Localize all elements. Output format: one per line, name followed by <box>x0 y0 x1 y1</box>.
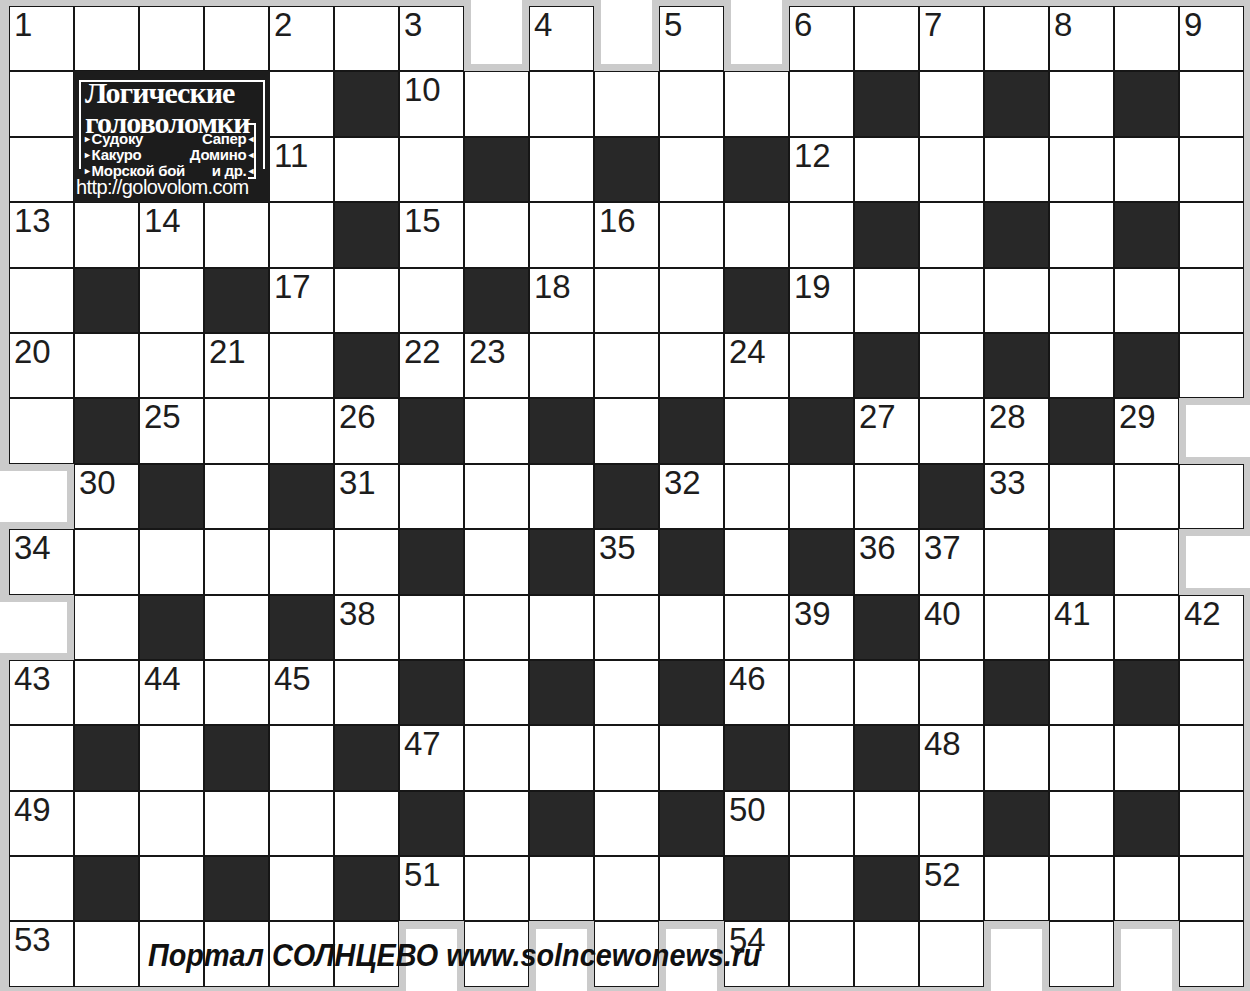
black-cell-r12c2 <box>74 725 139 790</box>
white-cell-r14c10[interactable] <box>594 856 659 921</box>
white-cell-r13c15[interactable] <box>919 791 984 856</box>
white-cell-r14c18[interactable] <box>1114 856 1179 921</box>
white-cell-r1c4[interactable] <box>204 6 269 71</box>
white-cell-r11c14[interactable] <box>854 660 919 725</box>
black-cell-r3c10 <box>594 137 659 202</box>
white-cell-r8c11[interactable]: 32 <box>659 464 724 529</box>
white-cell-r14c9[interactable] <box>529 856 594 921</box>
black-cell-r5c4 <box>204 268 269 333</box>
white-cell-r7c16[interactable]: 28 <box>984 398 1049 463</box>
white-cell-r12c13[interactable] <box>789 725 854 790</box>
clue-number: 48 <box>924 727 961 761</box>
white-cell-r8c6[interactable]: 31 <box>334 464 399 529</box>
white-cell-r3c7[interactable] <box>399 137 464 202</box>
black-cell-r2c16 <box>984 71 1049 136</box>
arrow-right-icon: ► <box>83 150 92 160</box>
black-cell-r7c17 <box>1049 398 1114 463</box>
white-cell-r8c13[interactable] <box>789 464 854 529</box>
white-cell-r15c13[interactable] <box>789 921 854 986</box>
white-cell-r2c15[interactable] <box>919 71 984 136</box>
white-cell-r1c5[interactable]: 2 <box>269 6 334 71</box>
white-cell-r10c17[interactable]: 41 <box>1049 595 1114 660</box>
black-cell-r3c12 <box>724 137 789 202</box>
white-cell-r12c17[interactable] <box>1049 725 1114 790</box>
white-cell-r10c7[interactable] <box>399 595 464 660</box>
clue-number: 16 <box>599 204 636 238</box>
white-cell-r9c3[interactable] <box>139 529 204 594</box>
clue-number: 19 <box>794 270 831 304</box>
white-cell-r6c9[interactable] <box>529 333 594 398</box>
white-cell-r13c14[interactable] <box>854 791 919 856</box>
white-cell-r10c4[interactable] <box>204 595 269 660</box>
clue-number: 27 <box>859 400 896 434</box>
white-cell-r6c5[interactable] <box>269 333 334 398</box>
white-cell-r4c12[interactable] <box>724 202 789 267</box>
white-cell-r11c6[interactable] <box>334 660 399 725</box>
black-cell-r8c10 <box>594 464 659 529</box>
white-cell-r5c10[interactable] <box>594 268 659 333</box>
white-cell-r6c1[interactable]: 20 <box>9 333 74 398</box>
white-cell-r5c3[interactable] <box>139 268 204 333</box>
white-cell-r7c3[interactable]: 25 <box>139 398 204 463</box>
white-cell-r3c6[interactable] <box>334 137 399 202</box>
white-cell-r9c8[interactable] <box>464 529 529 594</box>
black-cell-r6c18 <box>1114 333 1179 398</box>
black-cell-r13c7 <box>399 791 464 856</box>
clue-number: 24 <box>729 335 766 369</box>
white-cell-r6c11[interactable] <box>659 333 724 398</box>
black-cell-r13c18 <box>1114 791 1179 856</box>
white-cell-r2c1[interactable] <box>9 71 74 136</box>
white-cell-r11c15[interactable] <box>919 660 984 725</box>
white-cell-r3c9[interactable] <box>529 137 594 202</box>
white-cell-r14c19[interactable] <box>1179 856 1244 921</box>
clue-number: 47 <box>404 727 441 761</box>
black-cell-r12c14 <box>854 725 919 790</box>
clue-number: 31 <box>339 466 376 500</box>
white-cell-r3c19[interactable] <box>1179 137 1244 202</box>
white-cell-r15c17[interactable] <box>1049 921 1114 986</box>
white-cell-r3c11[interactable] <box>659 137 724 202</box>
black-cell-r14c12 <box>724 856 789 921</box>
white-cell-r14c7[interactable]: 51 <box>399 856 464 921</box>
black-cell-r12c6 <box>334 725 399 790</box>
black-cell-r6c16 <box>984 333 1049 398</box>
white-cell-r12c15[interactable]: 48 <box>919 725 984 790</box>
white-cell-r14c15[interactable]: 52 <box>919 856 984 921</box>
black-cell-r14c14 <box>854 856 919 921</box>
white-cell-r1c17[interactable]: 8 <box>1049 6 1114 71</box>
gap-cell-r8c1 <box>9 464 74 529</box>
clue-number: 2 <box>274 8 292 42</box>
white-cell-r11c10[interactable] <box>594 660 659 725</box>
white-cell-r8c18[interactable] <box>1114 464 1179 529</box>
white-cell-r1c16[interactable] <box>984 6 1049 71</box>
white-cell-r15c14[interactable] <box>854 921 919 986</box>
white-cell-r3c1[interactable] <box>9 137 74 202</box>
white-cell-r13c1[interactable]: 49 <box>9 791 74 856</box>
white-cell-r6c12[interactable]: 24 <box>724 333 789 398</box>
white-cell-r7c5[interactable] <box>269 398 334 463</box>
white-cell-r5c19[interactable] <box>1179 268 1244 333</box>
white-cell-r12c16[interactable] <box>984 725 1049 790</box>
arrow-left-icon: ◄ <box>246 166 255 176</box>
white-cell-r9c16[interactable] <box>984 529 1049 594</box>
white-cell-r4c7[interactable]: 15 <box>399 202 464 267</box>
white-cell-r4c5[interactable] <box>269 202 334 267</box>
white-cell-r8c16[interactable]: 33 <box>984 464 1049 529</box>
white-cell-r1c14[interactable] <box>854 6 919 71</box>
white-cell-r13c10[interactable] <box>594 791 659 856</box>
white-cell-r6c17[interactable] <box>1049 333 1114 398</box>
gap-cell-r7c19 <box>1179 398 1244 463</box>
white-cell-r2c19[interactable] <box>1179 71 1244 136</box>
clue-number: 15 <box>404 204 441 238</box>
white-cell-r2c17[interactable] <box>1049 71 1114 136</box>
white-cell-r12c7[interactable]: 47 <box>399 725 464 790</box>
white-cell-r10c16[interactable] <box>984 595 1049 660</box>
white-cell-r11c12[interactable]: 46 <box>724 660 789 725</box>
white-cell-r12c1[interactable] <box>9 725 74 790</box>
white-cell-r6c19[interactable] <box>1179 333 1244 398</box>
clue-number: 11 <box>274 139 308 173</box>
white-cell-r8c9[interactable] <box>529 464 594 529</box>
white-cell-r7c6[interactable]: 26 <box>334 398 399 463</box>
white-cell-r15c1[interactable]: 53 <box>9 921 74 986</box>
white-cell-r8c7[interactable] <box>399 464 464 529</box>
black-cell-r11c7 <box>399 660 464 725</box>
white-cell-r11c4[interactable] <box>204 660 269 725</box>
white-cell-r11c2[interactable] <box>74 660 139 725</box>
white-cell-r2c11[interactable] <box>659 71 724 136</box>
black-cell-r7c9 <box>529 398 594 463</box>
black-cell-r9c17 <box>1049 529 1114 594</box>
clue-number: 4 <box>534 8 552 42</box>
white-cell-r9c14[interactable]: 36 <box>854 529 919 594</box>
white-cell-r8c2[interactable]: 30 <box>74 464 139 529</box>
white-cell-r10c8[interactable] <box>464 595 529 660</box>
white-cell-r3c5[interactable]: 11 <box>269 137 334 202</box>
white-cell-r14c11[interactable] <box>659 856 724 921</box>
white-cell-r7c14[interactable]: 27 <box>854 398 919 463</box>
white-cell-r12c3[interactable] <box>139 725 204 790</box>
white-cell-r9c4[interactable] <box>204 529 269 594</box>
black-cell-r4c14 <box>854 202 919 267</box>
white-cell-r6c13[interactable] <box>789 333 854 398</box>
white-cell-r5c6[interactable] <box>334 268 399 333</box>
white-cell-r1c11[interactable]: 5 <box>659 6 724 71</box>
white-cell-r4c8[interactable] <box>464 202 529 267</box>
white-cell-r12c19[interactable] <box>1179 725 1244 790</box>
white-cell-r1c19[interactable]: 9 <box>1179 6 1244 71</box>
white-cell-r2c12[interactable] <box>724 71 789 136</box>
white-cell-r8c17[interactable] <box>1049 464 1114 529</box>
white-cell-r10c9[interactable] <box>529 595 594 660</box>
white-cell-r2c13[interactable] <box>789 71 854 136</box>
black-cell-r7c2 <box>74 398 139 463</box>
clue-number: 8 <box>1054 8 1072 42</box>
white-cell-r10c12[interactable] <box>724 595 789 660</box>
white-cell-r5c9[interactable]: 18 <box>529 268 594 333</box>
clue-number: 35 <box>599 531 636 565</box>
white-cell-r8c19[interactable] <box>1179 464 1244 529</box>
arrow-left-icon: ◄ <box>246 150 255 160</box>
white-cell-r2c8[interactable] <box>464 71 529 136</box>
clue-number: 32 <box>664 466 701 500</box>
clue-number: 40 <box>924 597 961 631</box>
white-cell-r14c3[interactable] <box>139 856 204 921</box>
white-cell-r5c5[interactable]: 17 <box>269 268 334 333</box>
clue-number: 26 <box>339 400 376 434</box>
white-cell-r5c13[interactable]: 19 <box>789 268 854 333</box>
black-cell-r7c11 <box>659 398 724 463</box>
arrow-left-icon: ◄ <box>246 134 255 144</box>
white-cell-r5c7[interactable] <box>399 268 464 333</box>
white-cell-r5c16[interactable] <box>984 268 1049 333</box>
white-cell-r11c17[interactable] <box>1049 660 1114 725</box>
white-cell-r6c2[interactable] <box>74 333 139 398</box>
clue-number: 29 <box>1119 400 1156 434</box>
white-cell-r9c1[interactable]: 34 <box>9 529 74 594</box>
logo-item-sudoku: ►Судоку <box>83 131 143 147</box>
clue-number: 20 <box>14 335 51 369</box>
logo-item-domino: Домино◄ <box>190 147 255 163</box>
black-cell-r3c8 <box>464 137 529 202</box>
black-cell-r8c3 <box>139 464 204 529</box>
white-cell-r13c19[interactable] <box>1179 791 1244 856</box>
white-cell-r4c10[interactable]: 16 <box>594 202 659 267</box>
white-cell-r4c3[interactable]: 14 <box>139 202 204 267</box>
clue-number: 30 <box>79 466 116 500</box>
white-cell-r14c13[interactable] <box>789 856 854 921</box>
white-cell-r8c4[interactable] <box>204 464 269 529</box>
white-cell-r12c10[interactable] <box>594 725 659 790</box>
white-cell-r13c12[interactable]: 50 <box>724 791 789 856</box>
white-cell-r11c8[interactable] <box>464 660 529 725</box>
clue-number: 41 <box>1054 597 1091 631</box>
logo-item-saper: Сапер◄ <box>202 131 255 147</box>
white-cell-r4c11[interactable] <box>659 202 724 267</box>
white-cell-r13c8[interactable] <box>464 791 529 856</box>
white-cell-r14c16[interactable] <box>984 856 1049 921</box>
white-cell-r1c7[interactable]: 3 <box>399 6 464 71</box>
white-cell-r10c18[interactable] <box>1114 595 1179 660</box>
white-cell-r6c8[interactable]: 23 <box>464 333 529 398</box>
black-cell-r9c9 <box>529 529 594 594</box>
white-cell-r5c1[interactable] <box>9 268 74 333</box>
clue-number: 43 <box>14 662 51 696</box>
clue-number: 38 <box>339 597 376 631</box>
white-cell-r13c4[interactable] <box>204 791 269 856</box>
white-cell-r8c8[interactable] <box>464 464 529 529</box>
black-cell-r5c8 <box>464 268 529 333</box>
white-cell-r4c1[interactable]: 13 <box>9 202 74 267</box>
white-cell-r9c12[interactable] <box>724 529 789 594</box>
white-cell-r10c10[interactable] <box>594 595 659 660</box>
white-cell-r3c16[interactable] <box>984 137 1049 202</box>
white-cell-r4c9[interactable] <box>529 202 594 267</box>
black-cell-r10c5 <box>269 595 334 660</box>
white-cell-r3c18[interactable] <box>1114 137 1179 202</box>
white-cell-r4c15[interactable] <box>919 202 984 267</box>
white-cell-r4c2[interactable] <box>74 202 139 267</box>
white-cell-r6c15[interactable] <box>919 333 984 398</box>
white-cell-r15c19[interactable] <box>1179 921 1244 986</box>
white-cell-r5c14[interactable] <box>854 268 919 333</box>
white-cell-r8c12[interactable] <box>724 464 789 529</box>
white-cell-r5c11[interactable] <box>659 268 724 333</box>
white-cell-r2c5[interactable] <box>269 71 334 136</box>
white-cell-r11c3[interactable]: 44 <box>139 660 204 725</box>
white-cell-r7c4[interactable] <box>204 398 269 463</box>
white-cell-r13c5[interactable] <box>269 791 334 856</box>
black-cell-r2c6 <box>334 71 399 136</box>
white-cell-r8c14[interactable] <box>854 464 919 529</box>
white-cell-r9c5[interactable] <box>269 529 334 594</box>
black-cell-r5c12 <box>724 268 789 333</box>
black-cell-r14c4 <box>204 856 269 921</box>
white-cell-r2c9[interactable] <box>529 71 594 136</box>
white-cell-r9c15[interactable]: 37 <box>919 529 984 594</box>
white-cell-r13c6[interactable] <box>334 791 399 856</box>
white-cell-r1c15[interactable]: 7 <box>919 6 984 71</box>
white-cell-r12c18[interactable] <box>1114 725 1179 790</box>
white-cell-r6c7[interactable]: 22 <box>399 333 464 398</box>
white-cell-r1c18[interactable] <box>1114 6 1179 71</box>
white-cell-r7c12[interactable] <box>724 398 789 463</box>
white-cell-r15c2[interactable] <box>74 921 139 986</box>
arrow-right-icon: ► <box>83 166 92 176</box>
clue-number: 28 <box>989 400 1026 434</box>
white-cell-r12c5[interactable] <box>269 725 334 790</box>
white-cell-r3c14[interactable] <box>854 137 919 202</box>
black-cell-r12c12 <box>724 725 789 790</box>
white-cell-r11c13[interactable] <box>789 660 854 725</box>
clue-number: 13 <box>14 204 51 238</box>
clue-number: 6 <box>794 8 812 42</box>
white-cell-r2c7[interactable]: 10 <box>399 71 464 136</box>
white-cell-r1c9[interactable]: 4 <box>529 6 594 71</box>
white-cell-r1c13[interactable]: 6 <box>789 6 854 71</box>
gap-cell-r9c19 <box>1179 529 1244 594</box>
white-cell-r13c2[interactable] <box>74 791 139 856</box>
white-cell-r10c19[interactable]: 42 <box>1179 595 1244 660</box>
white-cell-r2c10[interactable] <box>594 71 659 136</box>
black-cell-r6c14 <box>854 333 919 398</box>
clue-number: 45 <box>274 662 311 696</box>
clue-number: 12 <box>794 139 831 173</box>
white-cell-r14c5[interactable] <box>269 856 334 921</box>
gap-cell-r1c8 <box>464 6 529 71</box>
black-cell-r7c7 <box>399 398 464 463</box>
white-cell-r1c2[interactable] <box>74 6 139 71</box>
white-cell-r9c10[interactable]: 35 <box>594 529 659 594</box>
clue-number: 22 <box>404 335 441 369</box>
black-cell-r10c3 <box>139 595 204 660</box>
white-cell-r11c5[interactable]: 45 <box>269 660 334 725</box>
white-cell-r15c15[interactable] <box>919 921 984 986</box>
white-cell-r7c10[interactable] <box>594 398 659 463</box>
clue-number: 3 <box>404 8 422 42</box>
white-cell-r12c11[interactable] <box>659 725 724 790</box>
clue-number: 53 <box>14 923 51 957</box>
white-cell-r9c6[interactable] <box>334 529 399 594</box>
black-cell-r6c6 <box>334 333 399 398</box>
black-cell-r11c16 <box>984 660 1049 725</box>
black-cell-r9c7 <box>399 529 464 594</box>
white-cell-r5c15[interactable] <box>919 268 984 333</box>
black-cell-r9c11 <box>659 529 724 594</box>
white-cell-r11c19[interactable] <box>1179 660 1244 725</box>
white-cell-r4c4[interactable] <box>204 202 269 267</box>
black-cell-r8c5 <box>269 464 334 529</box>
white-cell-r10c2[interactable] <box>74 595 139 660</box>
gap-cell-r15c18 <box>1114 921 1179 986</box>
white-cell-r13c13[interactable] <box>789 791 854 856</box>
black-cell-r4c16 <box>984 202 1049 267</box>
white-cell-r9c2[interactable] <box>74 529 139 594</box>
white-cell-r12c8[interactable] <box>464 725 529 790</box>
white-cell-r7c15[interactable] <box>919 398 984 463</box>
white-cell-r3c15[interactable] <box>919 137 984 202</box>
publisher-logo: Логические головоломки ►Судоку ►Какуро ►… <box>74 71 270 202</box>
white-cell-r4c17[interactable] <box>1049 202 1114 267</box>
white-cell-r9c18[interactable] <box>1114 529 1179 594</box>
white-cell-r4c19[interactable] <box>1179 202 1244 267</box>
white-cell-r12c9[interactable] <box>529 725 594 790</box>
white-cell-r7c8[interactable] <box>464 398 529 463</box>
white-cell-r10c6[interactable]: 38 <box>334 595 399 660</box>
white-cell-r7c18[interactable]: 29 <box>1114 398 1179 463</box>
black-cell-r4c18 <box>1114 202 1179 267</box>
white-cell-r3c17[interactable] <box>1049 137 1114 202</box>
white-cell-r5c17[interactable] <box>1049 268 1114 333</box>
white-cell-r14c17[interactable] <box>1049 856 1114 921</box>
white-cell-r4c13[interactable] <box>789 202 854 267</box>
logo-url: http://golovolom.com <box>76 176 249 199</box>
white-cell-r10c13[interactable]: 39 <box>789 595 854 660</box>
white-cell-r5c18[interactable] <box>1114 268 1179 333</box>
white-cell-r6c10[interactable] <box>594 333 659 398</box>
black-cell-r11c11 <box>659 660 724 725</box>
crossword-page: 1234567891011121314151617181920212223242… <box>0 0 1250 991</box>
clue-number: 44 <box>144 662 181 696</box>
white-cell-r7c1[interactable] <box>9 398 74 463</box>
white-cell-r6c4[interactable]: 21 <box>204 333 269 398</box>
black-cell-r14c2 <box>74 856 139 921</box>
white-cell-r3c13[interactable]: 12 <box>789 137 854 202</box>
black-cell-r12c4 <box>204 725 269 790</box>
black-cell-r13c9 <box>529 791 594 856</box>
clue-number: 36 <box>859 531 896 565</box>
white-cell-r13c17[interactable] <box>1049 791 1114 856</box>
white-cell-r14c8[interactable] <box>464 856 529 921</box>
white-cell-r1c1[interactable]: 1 <box>9 6 74 71</box>
white-cell-r13c3[interactable] <box>139 791 204 856</box>
clue-number: 50 <box>729 793 766 827</box>
white-cell-r1c6[interactable] <box>334 6 399 71</box>
white-cell-r6c3[interactable] <box>139 333 204 398</box>
white-cell-r11c1[interactable]: 43 <box>9 660 74 725</box>
gap-cell-r1c12 <box>724 6 789 71</box>
white-cell-r10c15[interactable]: 40 <box>919 595 984 660</box>
arrow-right-icon: ► <box>83 134 92 144</box>
white-cell-r10c11[interactable] <box>659 595 724 660</box>
white-cell-r1c3[interactable] <box>139 6 204 71</box>
gap-cell-r10c1 <box>9 595 74 660</box>
black-cell-r11c18 <box>1114 660 1179 725</box>
white-cell-r14c1[interactable] <box>9 856 74 921</box>
